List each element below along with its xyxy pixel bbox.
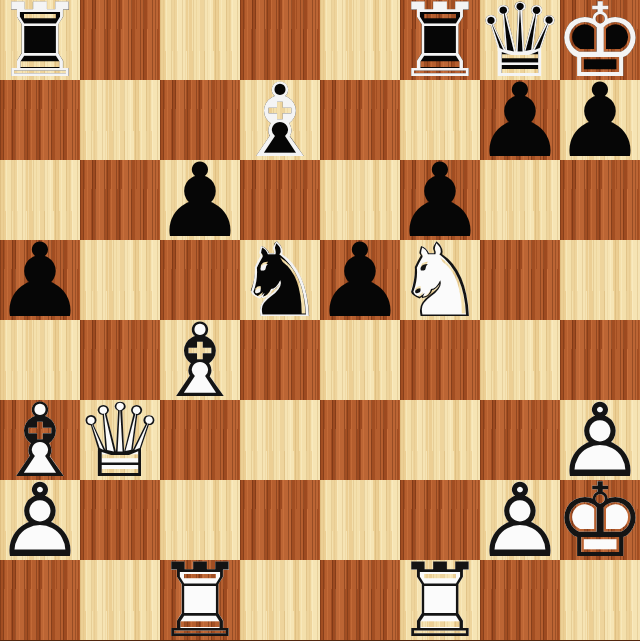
white-pawn-detail-lines: ♙	[560, 401, 640, 481]
square-f1[interactable]: ♜♖	[400, 560, 480, 640]
white-bishop-glyph: ♝	[160, 321, 240, 401]
square-g7[interactable]: ♟	[480, 80, 560, 160]
black-queen-glyph: ♛	[480, 1, 560, 81]
square-d2[interactable]	[240, 480, 320, 560]
piece-white-bishop-a3[interactable]: ♝♗	[0, 400, 80, 480]
piece-white-knight-f5[interactable]: ♞♘	[400, 240, 480, 320]
white-knight-glyph: ♞	[400, 241, 480, 321]
black-pawn-glyph: ♟	[320, 241, 400, 321]
piece-black-bishop-d7[interactable]: ♝♗	[240, 80, 320, 160]
square-a1[interactable]	[0, 560, 80, 640]
square-f8[interactable]: ♜♖	[400, 0, 480, 80]
black-rook-glyph: ♜	[0, 1, 80, 81]
piece-black-pawn-a5[interactable]: ♟	[0, 240, 80, 320]
square-b2[interactable]	[80, 480, 160, 560]
piece-white-pawn-h3[interactable]: ♟♙	[560, 400, 640, 480]
white-pawn-detail-lines: ♙	[0, 481, 80, 561]
piece-white-rook-f1[interactable]: ♜♖	[400, 560, 480, 640]
square-h1[interactable]	[560, 560, 640, 640]
square-e3[interactable]	[320, 400, 400, 480]
square-h4[interactable]	[560, 320, 640, 400]
piece-black-pawn-f6[interactable]: ♟	[400, 160, 480, 240]
square-e5[interactable]: ♟	[320, 240, 400, 320]
black-rook-glyph: ♜	[400, 1, 480, 81]
piece-black-pawn-h7[interactable]: ♟	[560, 80, 640, 160]
square-b6[interactable]	[80, 160, 160, 240]
white-pawn-glyph: ♟	[560, 401, 640, 481]
white-bishop-detail-lines: ♗	[0, 401, 80, 481]
white-bishop-glyph: ♝	[0, 401, 80, 481]
white-king-detail-lines: ♔	[560, 481, 640, 561]
square-f4[interactable]	[400, 320, 480, 400]
square-c8[interactable]	[160, 0, 240, 80]
square-e6[interactable]	[320, 160, 400, 240]
square-a5[interactable]: ♟	[0, 240, 80, 320]
square-g5[interactable]	[480, 240, 560, 320]
black-knight-glyph: ♞	[240, 241, 320, 321]
black-king-glyph: ♚	[560, 1, 640, 81]
square-e8[interactable]	[320, 0, 400, 80]
black-rook-detail-lines: ♖	[0, 1, 80, 81]
square-c3[interactable]	[160, 400, 240, 480]
piece-black-rook-a8[interactable]: ♜♖	[0, 0, 80, 80]
square-f2[interactable]	[400, 480, 480, 560]
square-d4[interactable]	[240, 320, 320, 400]
square-f5[interactable]: ♞♘	[400, 240, 480, 320]
piece-black-king-h8[interactable]: ♚♔	[560, 0, 640, 80]
square-b3[interactable]: ♛♕	[80, 400, 160, 480]
square-c2[interactable]	[160, 480, 240, 560]
square-a8[interactable]: ♜♖	[0, 0, 80, 80]
piece-white-rook-c1[interactable]: ♜♖	[160, 560, 240, 640]
square-a2[interactable]: ♟♙	[0, 480, 80, 560]
piece-white-pawn-g2[interactable]: ♟♙	[480, 480, 560, 560]
square-e4[interactable]	[320, 320, 400, 400]
black-rook-detail-lines: ♖	[400, 1, 480, 81]
black-pawn-glyph: ♟	[560, 81, 640, 161]
square-a3[interactable]: ♝♗	[0, 400, 80, 480]
square-g1[interactable]	[480, 560, 560, 640]
square-c5[interactable]	[160, 240, 240, 320]
white-pawn-detail-lines: ♙	[480, 481, 560, 561]
square-b8[interactable]	[80, 0, 160, 80]
square-g4[interactable]	[480, 320, 560, 400]
square-c7[interactable]	[160, 80, 240, 160]
piece-black-queen-g8[interactable]: ♛♕	[480, 0, 560, 80]
square-f6[interactable]: ♟	[400, 160, 480, 240]
square-a4[interactable]	[0, 320, 80, 400]
square-d1[interactable]	[240, 560, 320, 640]
white-knight-detail-lines: ♘	[400, 241, 480, 321]
square-c6[interactable]: ♟	[160, 160, 240, 240]
square-f7[interactable]	[400, 80, 480, 160]
black-king-detail-lines: ♔	[560, 1, 640, 81]
piece-black-rook-f8[interactable]: ♜♖	[400, 0, 480, 80]
white-rook-glyph: ♜	[160, 561, 240, 641]
square-d7[interactable]: ♝♗	[240, 80, 320, 160]
square-g3[interactable]	[480, 400, 560, 480]
black-bishop-glyph: ♝	[240, 81, 320, 161]
chess-board: ♜♖♜♖♛♕♚♔♝♗♟♟♟♟♟♞♘♟♞♘♝♗♝♗♛♕♟♙♟♙♟♙♚♔♜♖♜♖	[0, 0, 640, 640]
black-knight-detail-lines: ♘	[240, 241, 320, 321]
square-h2[interactable]: ♚♔	[560, 480, 640, 560]
square-e7[interactable]	[320, 80, 400, 160]
white-pawn-glyph: ♟	[0, 481, 80, 561]
piece-black-knight-d5[interactable]: ♞♘	[240, 240, 320, 320]
square-e2[interactable]	[320, 480, 400, 560]
square-h5[interactable]	[560, 240, 640, 320]
piece-white-bishop-c4[interactable]: ♝♗	[160, 320, 240, 400]
white-queen-glyph: ♛	[80, 401, 160, 481]
piece-black-pawn-g7[interactable]: ♟	[480, 80, 560, 160]
square-d8[interactable]	[240, 0, 320, 80]
square-f3[interactable]	[400, 400, 480, 480]
black-pawn-glyph: ♟	[480, 81, 560, 161]
square-e1[interactable]	[320, 560, 400, 640]
black-bishop-detail-lines: ♗	[240, 81, 320, 161]
square-c1[interactable]: ♜♖	[160, 560, 240, 640]
square-b7[interactable]	[80, 80, 160, 160]
square-d6[interactable]	[240, 160, 320, 240]
square-h8[interactable]: ♚♔	[560, 0, 640, 80]
white-queen-detail-lines: ♕	[80, 401, 160, 481]
square-d5[interactable]: ♞♘	[240, 240, 320, 320]
piece-white-king-h2[interactable]: ♚♔	[560, 480, 640, 560]
white-rook-glyph: ♜	[400, 561, 480, 641]
black-queen-detail-lines: ♕	[480, 1, 560, 81]
black-pawn-glyph: ♟	[0, 241, 80, 321]
square-h7[interactable]: ♟	[560, 80, 640, 160]
white-pawn-glyph: ♟	[480, 481, 560, 561]
square-d3[interactable]	[240, 400, 320, 480]
piece-black-pawn-c6[interactable]: ♟	[160, 160, 240, 240]
white-bishop-detail-lines: ♗	[160, 321, 240, 401]
piece-black-pawn-e5[interactable]: ♟	[320, 240, 400, 320]
piece-white-queen-b3[interactable]: ♛♕	[80, 400, 160, 480]
square-g6[interactable]	[480, 160, 560, 240]
square-g2[interactable]: ♟♙	[480, 480, 560, 560]
square-a7[interactable]	[0, 80, 80, 160]
square-g8[interactable]: ♛♕	[480, 0, 560, 80]
square-b5[interactable]	[80, 240, 160, 320]
square-b1[interactable]	[80, 560, 160, 640]
square-a6[interactable]	[0, 160, 80, 240]
white-king-glyph: ♚	[560, 481, 640, 561]
square-b4[interactable]	[80, 320, 160, 400]
square-h6[interactable]	[560, 160, 640, 240]
white-rook-detail-lines: ♖	[160, 561, 240, 641]
black-pawn-glyph: ♟	[160, 161, 240, 241]
square-c4[interactable]: ♝♗	[160, 320, 240, 400]
black-pawn-glyph: ♟	[400, 161, 480, 241]
white-rook-detail-lines: ♖	[400, 561, 480, 641]
square-h3[interactable]: ♟♙	[560, 400, 640, 480]
piece-white-pawn-a2[interactable]: ♟♙	[0, 480, 80, 560]
